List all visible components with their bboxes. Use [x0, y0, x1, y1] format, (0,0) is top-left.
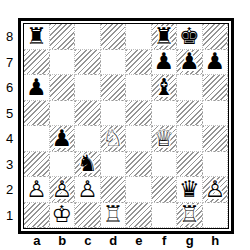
square-a5[interactable] — [24, 101, 50, 127]
chess-board-inner: ♜♜♚♟♟♟♟♝♟♘♕♞♙♙♙♛♙♔♖♖ — [23, 23, 229, 229]
square-h8[interactable] — [203, 24, 229, 50]
square-c6[interactable] — [75, 75, 101, 101]
square-b8[interactable] — [50, 24, 76, 50]
square-a8[interactable]: ♜ — [24, 24, 50, 50]
square-d3[interactable] — [101, 152, 127, 178]
square-h6[interactable] — [203, 75, 229, 101]
piece-white-pawn[interactable]: ♙ — [204, 177, 225, 203]
piece-black-rook[interactable]: ♜ — [26, 24, 47, 50]
piece-white-rook[interactable]: ♖ — [179, 202, 200, 228]
square-e8[interactable] — [126, 24, 152, 50]
file-label-b: b — [50, 233, 76, 248]
square-d8[interactable] — [101, 24, 127, 50]
rank-label-2: 2 — [0, 177, 19, 203]
piece-white-king[interactable]: ♔ — [51, 202, 72, 228]
square-b3[interactable] — [50, 152, 76, 178]
rank-label-5: 5 — [0, 101, 19, 127]
chess-board-grid: ♜♜♚♟♟♟♟♝♟♘♕♞♙♙♙♛♙♔♖♖ — [24, 24, 228, 228]
file-label-f: f — [152, 233, 178, 248]
square-b2[interactable]: ♙ — [50, 177, 76, 203]
piece-white-pawn[interactable]: ♙ — [77, 177, 98, 203]
rank-label-7: 7 — [0, 50, 19, 76]
square-h2[interactable]: ♙ — [203, 177, 229, 203]
square-f5[interactable] — [152, 101, 178, 127]
chess-board: ♜♜♚♟♟♟♟♝♟♘♕♞♙♙♙♛♙♔♖♖ — [18, 18, 234, 234]
square-e2[interactable] — [126, 177, 152, 203]
piece-black-pawn[interactable]: ♟ — [51, 126, 72, 152]
rank-label-6: 6 — [0, 75, 19, 101]
square-e6[interactable] — [126, 75, 152, 101]
square-h5[interactable] — [203, 101, 229, 127]
piece-white-pawn[interactable]: ♙ — [26, 177, 47, 203]
square-g1[interactable]: ♖ — [177, 203, 203, 229]
piece-black-knight[interactable]: ♞ — [77, 151, 98, 177]
rank-label-3: 3 — [0, 152, 19, 178]
square-f8[interactable]: ♜ — [152, 24, 178, 50]
square-g2[interactable]: ♛ — [177, 177, 203, 203]
square-a6[interactable]: ♟ — [24, 75, 50, 101]
square-c8[interactable] — [75, 24, 101, 50]
square-f4[interactable]: ♕ — [152, 126, 178, 152]
file-label-c: c — [75, 233, 101, 248]
square-a2[interactable]: ♙ — [24, 177, 50, 203]
file-label-d: d — [101, 233, 127, 248]
square-c2[interactable]: ♙ — [75, 177, 101, 203]
square-a7[interactable] — [24, 50, 50, 76]
square-g4[interactable] — [177, 126, 203, 152]
piece-black-king[interactable]: ♚ — [179, 24, 200, 50]
square-f6[interactable]: ♝ — [152, 75, 178, 101]
square-f3[interactable] — [152, 152, 178, 178]
square-h1[interactable] — [203, 203, 229, 229]
square-d2[interactable] — [101, 177, 127, 203]
square-c7[interactable] — [75, 50, 101, 76]
square-h4[interactable] — [203, 126, 229, 152]
square-a4[interactable] — [24, 126, 50, 152]
rank-label-4: 4 — [0, 126, 19, 152]
square-c4[interactable] — [75, 126, 101, 152]
rank-label-8: 8 — [0, 24, 19, 50]
square-d6[interactable] — [101, 75, 127, 101]
square-b1[interactable]: ♔ — [50, 203, 76, 229]
square-d1[interactable]: ♖ — [101, 203, 127, 229]
square-c1[interactable] — [75, 203, 101, 229]
square-e4[interactable] — [126, 126, 152, 152]
file-label-a: a — [24, 233, 50, 248]
square-e3[interactable] — [126, 152, 152, 178]
square-g5[interactable] — [177, 101, 203, 127]
piece-black-bishop[interactable]: ♝ — [153, 75, 174, 101]
file-label-e: e — [126, 233, 152, 248]
square-e7[interactable] — [126, 50, 152, 76]
piece-white-rook[interactable]: ♖ — [102, 202, 123, 228]
square-g3[interactable] — [177, 152, 203, 178]
square-h7[interactable]: ♟ — [203, 50, 229, 76]
piece-black-pawn[interactable]: ♟ — [204, 49, 225, 75]
chess-diagram: 87654321 ♜♜♚♟♟♟♟♝♟♘♕♞♙♙♙♛♙♔♖♖ abcdefgh — [0, 0, 250, 250]
square-a1[interactable] — [24, 203, 50, 229]
piece-black-rook[interactable]: ♜ — [153, 24, 174, 50]
square-b7[interactable] — [50, 50, 76, 76]
piece-white-knight[interactable]: ♘ — [102, 126, 123, 152]
square-g8[interactable]: ♚ — [177, 24, 203, 50]
piece-black-pawn[interactable]: ♟ — [153, 49, 174, 75]
square-d4[interactable]: ♘ — [101, 126, 127, 152]
piece-white-pawn[interactable]: ♙ — [51, 177, 72, 203]
square-d5[interactable] — [101, 101, 127, 127]
square-d7[interactable] — [101, 50, 127, 76]
square-f2[interactable] — [152, 177, 178, 203]
piece-white-queen[interactable]: ♕ — [153, 126, 174, 152]
file-labels: abcdefgh — [24, 233, 228, 248]
rank-label-1: 1 — [0, 203, 19, 229]
piece-black-pawn[interactable]: ♟ — [26, 75, 47, 101]
rank-labels: 87654321 — [0, 24, 19, 228]
square-g7[interactable]: ♟ — [177, 50, 203, 76]
square-a3[interactable] — [24, 152, 50, 178]
square-b4[interactable]: ♟ — [50, 126, 76, 152]
square-b6[interactable] — [50, 75, 76, 101]
square-b5[interactable] — [50, 101, 76, 127]
square-e1[interactable] — [126, 203, 152, 229]
piece-black-pawn[interactable]: ♟ — [179, 49, 200, 75]
square-c3[interactable]: ♞ — [75, 152, 101, 178]
square-c5[interactable] — [75, 101, 101, 127]
square-f7[interactable]: ♟ — [152, 50, 178, 76]
piece-black-queen[interactable]: ♛ — [179, 177, 200, 203]
square-g6[interactable] — [177, 75, 203, 101]
file-label-h: h — [203, 233, 229, 248]
file-label-g: g — [177, 233, 203, 248]
square-f1[interactable] — [152, 203, 178, 229]
square-h3[interactable] — [203, 152, 229, 178]
square-e5[interactable] — [126, 101, 152, 127]
